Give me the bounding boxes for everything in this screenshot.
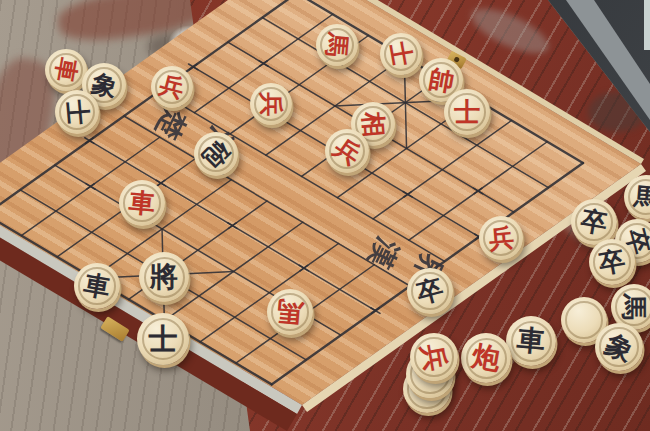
piece-red-chariot-board[interactable]: 車 — [119, 180, 165, 226]
piece-character: 卒 — [414, 275, 446, 307]
piece-character: 炮 — [470, 342, 502, 374]
piece-character: 馬 — [324, 32, 350, 58]
piece-character: 士 — [63, 98, 90, 125]
piece-character: 兵 — [259, 92, 283, 116]
piece-character: 士 — [149, 325, 178, 354]
piece-character: 帥 — [427, 66, 456, 95]
piece-red-soldier-center[interactable]: 兵 — [325, 129, 369, 173]
piece-red-cannon-captured[interactable]: 炮 — [461, 333, 511, 383]
piece-character: 車 — [516, 326, 546, 356]
piece-black-general[interactable]: 將 — [139, 252, 189, 302]
piece-character: 砲 — [198, 136, 233, 171]
piece-character: 相 — [359, 110, 386, 137]
piece-red-soldier-c[interactable]: 兵 — [250, 83, 292, 125]
piece-red-soldier-captured[interactable]: 兵 — [410, 333, 458, 381]
piece-black-chariot-captured[interactable]: 車 — [506, 316, 556, 366]
piece-character: 車 — [82, 271, 112, 301]
piece-character: 卒 — [597, 247, 627, 277]
piece-character: 馬 — [632, 183, 650, 210]
piece-black-soldier-board[interactable]: 卒 — [407, 268, 453, 314]
piece-character: 卒 — [579, 207, 609, 237]
piece-character: 士 — [387, 40, 415, 68]
piece-red-soldier-edge[interactable]: 兵 — [151, 66, 193, 108]
piece-character: 車 — [128, 189, 156, 217]
piece-character: 兵 — [157, 72, 186, 101]
pieces-layer: 馬士帥士相兵兵兵砲車車將士馬卒兵車象士馬卒卒卒馬象車炮兵 — [0, 0, 650, 431]
piece-character: 士 — [454, 99, 480, 125]
piece-red-horse-advanced[interactable]: 馬 — [267, 289, 313, 335]
piece-black-soldier-captured-3[interactable]: 卒 — [589, 239, 635, 285]
piece-black-advisor-board[interactable]: 士 — [137, 313, 189, 365]
piece-red-chariot-captured[interactable]: 車 — [45, 49, 87, 91]
piece-black-elephant-captured-2[interactable]: 象 — [595, 323, 643, 371]
piece-character: 象 — [89, 70, 120, 101]
photo-scene: 楚河漢界 馬士帥士相兵兵兵砲車車將士馬卒兵車象士馬卒卒卒馬象車炮兵 — [0, 0, 650, 431]
piece-character: 馬 — [276, 298, 304, 326]
piece-character: 兵 — [418, 341, 449, 372]
piece-black-horse-captured-1[interactable]: 馬 — [624, 175, 650, 219]
piece-black-chariot-board[interactable]: 車 — [74, 263, 120, 309]
piece-red-advisor-1[interactable]: 士 — [380, 33, 422, 75]
piece-red-advisor-2[interactable]: 士 — [444, 89, 490, 135]
piece-red-horse-back-rank[interactable]: 馬 — [316, 24, 358, 66]
piece-character: 兵 — [330, 134, 365, 169]
piece-character: 馬 — [621, 294, 647, 320]
piece-black-cannon-board[interactable]: 砲 — [194, 132, 238, 176]
piece-character: 兵 — [487, 224, 514, 251]
piece-character: 車 — [52, 56, 80, 84]
piece-character: 將 — [150, 263, 178, 291]
piece-black-advisor-captured[interactable]: 士 — [55, 90, 99, 134]
piece-red-soldier-i[interactable]: 兵 — [479, 216, 523, 260]
piece-character: 象 — [601, 329, 637, 365]
